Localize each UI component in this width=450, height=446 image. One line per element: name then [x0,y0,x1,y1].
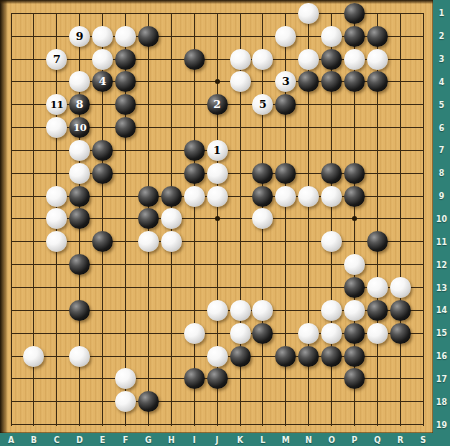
black-stone-O16[interactable] [321,346,342,367]
black-stone-J5-move-2[interactable]: 2 [207,94,228,115]
white-stone-L5-move-5[interactable]: 5 [252,94,273,115]
white-stone-N3[interactable] [298,49,319,70]
white-stone-Q15[interactable] [367,323,388,344]
black-stone-P13[interactable] [344,277,365,298]
black-stone-H9[interactable] [161,186,182,207]
white-stone-G11[interactable] [138,231,159,252]
gridline-vertical-I [194,13,195,425]
column-label-N: N [305,435,312,444]
black-stone-K16[interactable] [230,346,251,367]
column-label-J: J [216,435,219,444]
row-label-15: 15 [436,329,447,338]
black-stone-G18[interactable] [138,391,159,412]
row-label-17: 17 [436,374,447,383]
black-stone-I7[interactable] [184,140,205,161]
row-label-12: 12 [436,260,447,269]
black-stone-G10[interactable] [138,208,159,229]
black-stone-O4[interactable] [321,71,342,92]
black-stone-F4[interactable] [115,71,136,92]
white-stone-D8[interactable] [69,163,90,184]
row-label-4: 4 [439,77,445,86]
black-stone-Q11[interactable] [367,231,388,252]
column-label-Q: Q [374,435,381,444]
go-board[interactable]: 974311825101 [0,0,433,433]
black-stone-P2[interactable] [344,26,365,47]
black-stone-Q2[interactable] [367,26,388,47]
row-label-10: 10 [436,214,447,223]
white-stone-P3[interactable] [344,49,365,70]
white-stone-K4[interactable] [230,71,251,92]
white-stone-N9[interactable] [298,186,319,207]
gridline-vertical-A [11,13,12,425]
white-stone-D2-move-9[interactable]: 9 [69,26,90,47]
white-stone-M9[interactable] [275,186,296,207]
row-label-8: 8 [439,169,445,178]
column-label-I: I [193,435,196,444]
black-stone-E7[interactable] [92,140,113,161]
white-stone-K3[interactable] [230,49,251,70]
row-label-19: 19 [436,420,447,429]
white-stone-C10[interactable] [46,208,67,229]
white-stone-L3[interactable] [252,49,273,70]
column-coordinate-strip: ABCDEFGHIJKLMNOPQRS [0,433,433,446]
white-stone-H11[interactable] [161,231,182,252]
gridline-vertical-R [400,13,401,425]
row-label-11: 11 [436,237,447,246]
black-stone-D12[interactable] [69,254,90,275]
black-stone-D14[interactable] [69,300,90,321]
black-stone-J17[interactable] [207,368,228,389]
white-stone-J14[interactable] [207,300,228,321]
row-label-9: 9 [439,192,445,201]
black-stone-P16[interactable] [344,346,365,367]
black-stone-O3[interactable] [321,49,342,70]
star-point-J10 [215,216,220,221]
white-stone-O11[interactable] [321,231,342,252]
white-stone-N15[interactable] [298,323,319,344]
black-stone-D5-move-8[interactable]: 8 [69,94,90,115]
white-stone-J9[interactable] [207,186,228,207]
column-label-F: F [123,435,128,444]
column-label-H: H [168,435,175,444]
row-label-1: 1 [439,9,445,18]
column-label-B: B [31,435,37,444]
black-stone-N4[interactable] [298,71,319,92]
column-label-C: C [54,435,60,444]
black-stone-E11[interactable] [92,231,113,252]
white-stone-F17[interactable] [115,368,136,389]
black-stone-I3[interactable] [184,49,205,70]
gridline-vertical-S [423,13,424,425]
board-left-bevel [0,0,8,433]
black-stone-D10[interactable] [69,208,90,229]
row-label-5: 5 [439,100,445,109]
row-label-18: 18 [436,397,447,406]
white-stone-B16[interactable] [23,346,44,367]
go-app-window: 974311825101 123456789101112131415161718… [0,0,450,446]
gridline-horizontal-11 [11,241,424,242]
white-stone-C6[interactable] [46,117,67,138]
row-label-3: 3 [439,55,445,64]
black-stone-R15[interactable] [390,323,411,344]
column-label-P: P [352,435,358,444]
column-label-K: K [237,435,243,444]
black-stone-O8[interactable] [321,163,342,184]
black-stone-I17[interactable] [184,368,205,389]
white-stone-Q3[interactable] [367,49,388,70]
white-stone-F2[interactable] [115,26,136,47]
row-label-6: 6 [439,123,445,132]
column-label-D: D [76,435,83,444]
gridline-horizontal-19 [11,424,424,425]
white-stone-I15[interactable] [184,323,205,344]
black-stone-M8[interactable] [275,163,296,184]
row-label-14: 14 [436,306,447,315]
white-stone-L14[interactable] [252,300,273,321]
white-stone-E2[interactable] [92,26,113,47]
column-label-E: E [100,435,105,444]
white-stone-F18[interactable] [115,391,136,412]
column-label-A: A [8,435,14,444]
black-stone-P9[interactable] [344,186,365,207]
column-label-M: M [282,435,290,444]
white-stone-L10[interactable] [252,208,273,229]
white-stone-C9[interactable] [46,186,67,207]
white-stone-C5-move-11[interactable]: 11 [46,94,67,115]
black-stone-G2[interactable] [138,26,159,47]
black-stone-P15[interactable] [344,323,365,344]
column-label-O: O [328,435,335,444]
white-stone-P12[interactable] [344,254,365,275]
row-coordinate-strip: 12345678910111213141516171819 [433,0,450,446]
row-label-7: 7 [439,146,445,155]
black-stone-M16[interactable] [275,346,296,367]
star-point-P10 [352,216,357,221]
column-label-R: R [397,435,403,444]
white-stone-K15[interactable] [230,323,251,344]
black-stone-M5[interactable] [275,94,296,115]
column-label-G: G [145,435,152,444]
column-label-S: S [420,435,426,444]
black-stone-Q14[interactable] [367,300,388,321]
white-stone-O15[interactable] [321,323,342,344]
black-stone-I8[interactable] [184,163,205,184]
white-stone-E3[interactable] [92,49,113,70]
black-stone-G9[interactable] [138,186,159,207]
black-stone-P1[interactable] [344,3,365,24]
black-stone-L15[interactable] [252,323,273,344]
black-stone-P17[interactable] [344,368,365,389]
black-stone-D9[interactable] [69,186,90,207]
gridline-horizontal-18 [11,401,424,402]
white-stone-O2[interactable] [321,26,342,47]
black-stone-P8[interactable] [344,163,365,184]
row-label-16: 16 [436,352,447,361]
black-stone-L9[interactable] [252,186,273,207]
white-stone-H10[interactable] [161,208,182,229]
white-stone-O9[interactable] [321,186,342,207]
white-stone-D7[interactable] [69,140,90,161]
black-stone-F5[interactable] [115,94,136,115]
board-top-bevel [0,0,433,4]
black-stone-P4[interactable] [344,71,365,92]
black-stone-E8[interactable] [92,163,113,184]
white-stone-P14[interactable] [344,300,365,321]
column-label-L: L [260,435,265,444]
black-stone-Q4[interactable] [367,71,388,92]
white-stone-M2[interactable] [275,26,296,47]
white-stone-D4[interactable] [69,71,90,92]
black-stone-N16[interactable] [298,346,319,367]
white-stone-D16[interactable] [69,346,90,367]
white-stone-J8[interactable] [207,163,228,184]
white-stone-R13[interactable] [390,277,411,298]
black-stone-F6[interactable] [115,117,136,138]
white-stone-I9[interactable] [184,186,205,207]
white-stone-J16[interactable] [207,346,228,367]
white-stone-J7-move-1[interactable]: 1 [207,140,228,161]
star-point-J4 [215,79,220,84]
black-stone-E4-move-4[interactable]: 4 [92,71,113,92]
row-label-13: 13 [436,283,447,292]
white-stone-N1[interactable] [298,3,319,24]
black-stone-R14[interactable] [390,300,411,321]
white-stone-O14[interactable] [321,300,342,321]
white-stone-M4-move-3[interactable]: 3 [275,71,296,92]
white-stone-Q13[interactable] [367,277,388,298]
white-stone-K14[interactable] [230,300,251,321]
white-stone-C3-move-7[interactable]: 7 [46,49,67,70]
white-stone-C11[interactable] [46,231,67,252]
row-label-2: 2 [439,32,445,41]
black-stone-F3[interactable] [115,49,136,70]
black-stone-D6-move-10[interactable]: 10 [69,117,90,138]
black-stone-L8[interactable] [252,163,273,184]
